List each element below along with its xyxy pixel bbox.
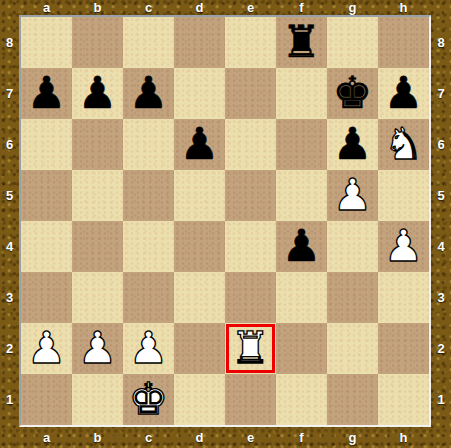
black-pawn-b7[interactable]: ♟ [72,68,123,119]
black-pawn-c7[interactable]: ♟ [123,68,174,119]
square-g1[interactable] [327,374,378,425]
rank-label-5: 5 [431,170,451,221]
file-label-f: f [276,0,327,15]
rank-label-7: 7 [0,68,19,119]
square-g5[interactable]: ♟ [327,170,378,221]
square-g6[interactable]: ♟ [327,119,378,170]
square-h1[interactable] [378,374,429,425]
square-d2[interactable] [174,323,225,374]
rank-label-6: 6 [0,119,19,170]
square-g8[interactable] [327,17,378,68]
square-a1[interactable] [21,374,72,425]
square-a6[interactable] [21,119,72,170]
square-a3[interactable] [21,272,72,323]
chess-app-window: abcdefgh 87654321 ♜♟♟♟♚♟♟♟♞♟♟♟♟♟♟♜♚ 8765… [0,0,451,448]
file-label-c: c [123,427,174,448]
square-f5[interactable] [276,170,327,221]
square-g4[interactable] [327,221,378,272]
file-label-h: h [378,0,429,15]
square-e5[interactable] [225,170,276,221]
rank-label-3: 3 [431,272,451,323]
rank-label-7: 7 [431,68,451,119]
square-f3[interactable] [276,272,327,323]
rank-label-4: 4 [0,221,19,272]
white-rook-e2[interactable]: ♜ [225,323,276,374]
file-label-a: a [21,0,72,15]
square-h2[interactable] [378,323,429,374]
rank-label-2: 2 [0,323,19,374]
square-c1[interactable]: ♚ [123,374,174,425]
rank-label-1: 1 [431,374,451,425]
square-c6[interactable] [123,119,174,170]
rank-label-6: 6 [431,119,451,170]
square-e8[interactable] [225,17,276,68]
square-c4[interactable] [123,221,174,272]
square-b5[interactable] [72,170,123,221]
rank-labels-right: 87654321 [431,17,451,425]
square-b4[interactable] [72,221,123,272]
black-pawn-g6[interactable]: ♟ [327,119,378,170]
square-e7[interactable] [225,68,276,119]
square-a7[interactable]: ♟ [21,68,72,119]
file-label-d: d [174,0,225,15]
square-c8[interactable] [123,17,174,68]
square-e1[interactable] [225,374,276,425]
file-labels-top: abcdefgh [21,0,429,15]
rank-label-1: 1 [0,374,19,425]
white-pawn-h4[interactable]: ♟ [378,221,429,272]
square-f6[interactable] [276,119,327,170]
square-d1[interactable] [174,374,225,425]
square-b1[interactable] [72,374,123,425]
square-f2[interactable] [276,323,327,374]
square-g2[interactable] [327,323,378,374]
square-b6[interactable] [72,119,123,170]
square-e6[interactable] [225,119,276,170]
square-e2[interactable]: ♜ [225,323,276,374]
square-h3[interactable] [378,272,429,323]
file-label-c: c [123,0,174,15]
black-rook-f8[interactable]: ♜ [276,17,327,68]
file-label-e: e [225,427,276,448]
white-pawn-c2[interactable]: ♟ [123,323,174,374]
file-label-g: g [327,427,378,448]
rank-labels-left: 87654321 [0,17,19,425]
square-a4[interactable] [21,221,72,272]
file-label-d: d [174,427,225,448]
square-d4[interactable] [174,221,225,272]
white-pawn-b2[interactable]: ♟ [72,323,123,374]
square-d8[interactable] [174,17,225,68]
rank-label-8: 8 [0,17,19,68]
square-f4[interactable]: ♟ [276,221,327,272]
rank-label-2: 2 [431,323,451,374]
square-d6[interactable]: ♟ [174,119,225,170]
square-b8[interactable] [72,17,123,68]
square-g7[interactable]: ♚ [327,68,378,119]
square-b7[interactable]: ♟ [72,68,123,119]
square-b3[interactable] [72,272,123,323]
rank-label-5: 5 [0,170,19,221]
square-e3[interactable] [225,272,276,323]
rank-label-4: 4 [431,221,451,272]
square-c3[interactable] [123,272,174,323]
square-c2[interactable]: ♟ [123,323,174,374]
square-h6[interactable]: ♞ [378,119,429,170]
black-pawn-f4[interactable]: ♟ [276,221,327,272]
file-labels-bottom: abcdefgh [21,427,429,448]
file-label-a: a [21,427,72,448]
file-label-e: e [225,0,276,15]
square-h4[interactable]: ♟ [378,221,429,272]
square-a8[interactable] [21,17,72,68]
file-label-b: b [72,427,123,448]
white-pawn-a2[interactable]: ♟ [21,323,72,374]
file-label-g: g [327,0,378,15]
file-label-f: f [276,427,327,448]
square-e4[interactable] [225,221,276,272]
white-knight-h6[interactable]: ♞ [378,119,429,170]
square-b2[interactable]: ♟ [72,323,123,374]
square-f1[interactable] [276,374,327,425]
square-d5[interactable] [174,170,225,221]
square-h7[interactable]: ♟ [378,68,429,119]
rank-label-3: 3 [0,272,19,323]
file-label-h: h [378,427,429,448]
black-pawn-h7[interactable]: ♟ [378,68,429,119]
black-pawn-a7[interactable]: ♟ [21,68,72,119]
square-f8[interactable]: ♜ [276,17,327,68]
square-d7[interactable] [174,68,225,119]
white-pawn-g5[interactable]: ♟ [327,170,378,221]
black-pawn-d6[interactable]: ♟ [174,119,225,170]
square-f7[interactable] [276,68,327,119]
white-king-c1[interactable]: ♚ [123,374,174,425]
rank-label-8: 8 [431,17,451,68]
square-g3[interactable] [327,272,378,323]
square-c5[interactable] [123,170,174,221]
black-king-g7[interactable]: ♚ [327,68,378,119]
square-a2[interactable]: ♟ [21,323,72,374]
square-h8[interactable] [378,17,429,68]
square-d3[interactable] [174,272,225,323]
square-h5[interactable] [378,170,429,221]
chess-board[interactable]: ♜♟♟♟♚♟♟♟♞♟♟♟♟♟♟♜♚ [19,15,431,427]
file-label-b: b [72,0,123,15]
square-a5[interactable] [21,170,72,221]
square-c7[interactable]: ♟ [123,68,174,119]
